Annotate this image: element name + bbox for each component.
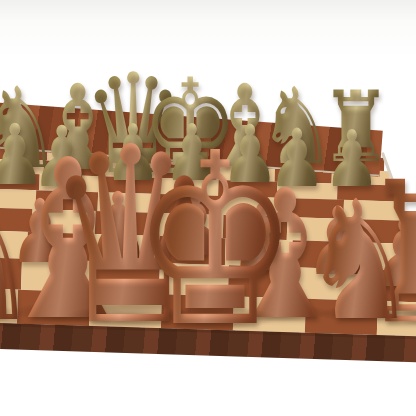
chess-set-photo: Copper versus brass metal Staunton chess… [0, 0, 416, 416]
piece-copper-knight-g1: ♞ [302, 179, 416, 344]
piece-copper-king-e1: ♚ [132, 122, 298, 360]
